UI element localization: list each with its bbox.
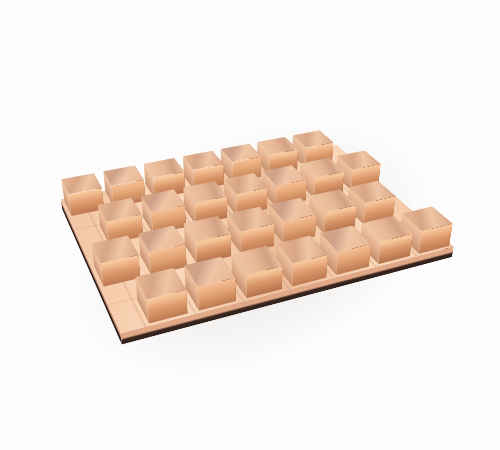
photo-background <box>0 0 500 450</box>
